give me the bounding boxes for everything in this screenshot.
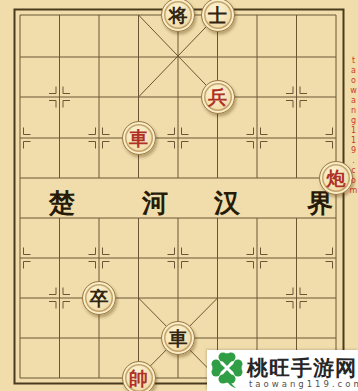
watermark-site-url: taowang119.com	[249, 379, 358, 389]
piece-glyph: 車	[129, 129, 148, 148]
watermark-box: 桃旺手游网 taowang119.com	[207, 350, 358, 391]
piece-red-cannon[interactable]: 炮	[319, 161, 353, 195]
piece-red-general[interactable]: 帥	[122, 361, 156, 391]
xiangqi-board-screen: 楚 河 汉 界 将 士 兵 車 炮 卒 車 帥 taowang119.com	[0, 0, 358, 391]
piece-red-soldier[interactable]: 兵	[201, 80, 235, 114]
piece-black-soldier[interactable]: 卒	[82, 281, 116, 315]
piece-glyph: 士	[208, 6, 227, 25]
piece-glyph: 帥	[129, 369, 148, 388]
vertical-watermark-url: taowang119.com	[349, 56, 357, 196]
watermark-site-name: 桃旺手游网	[247, 354, 357, 382]
piece-glyph: 炮	[327, 169, 346, 188]
piece-glyph: 兵	[208, 88, 227, 107]
piece-red-chariot[interactable]: 車	[122, 121, 156, 155]
piece-glyph: 将	[169, 6, 188, 25]
clover-icon	[209, 352, 245, 390]
piece-black-chariot[interactable]: 車	[161, 321, 195, 355]
river-label-chu-he: 楚 河	[49, 186, 197, 221]
piece-glyph: 卒	[90, 289, 109, 308]
piece-black-advisor[interactable]: 士	[201, 0, 235, 32]
piece-glyph: 車	[169, 329, 188, 348]
